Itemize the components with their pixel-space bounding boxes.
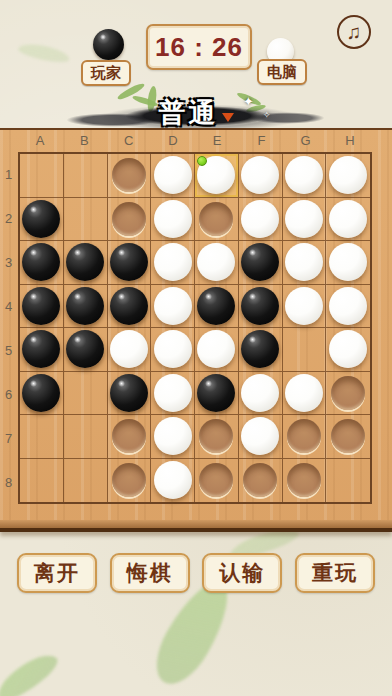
cell-E8[interactable] (195, 459, 239, 503)
cell-D5[interactable]: ● (151, 328, 195, 372)
cell-B4[interactable]: ● (64, 285, 108, 329)
replay-button[interactable]: 重玩 (295, 553, 375, 593)
move-hint-hole (331, 419, 365, 453)
difficulty-label: 普通 (159, 98, 219, 128)
cell-G7[interactable] (283, 415, 327, 459)
black-stone: ● (66, 243, 104, 281)
cell-A7[interactable] (20, 415, 64, 459)
cell-G6[interactable]: ● (283, 372, 327, 416)
white-stone: ● (154, 156, 192, 194)
row-label-6: 6 (0, 372, 17, 416)
row-label-5: 5 (0, 328, 17, 372)
move-hint-hole (199, 202, 233, 236)
col-label-H: H (328, 130, 372, 152)
white-stone: ● (154, 330, 192, 368)
cell-F6[interactable]: ● (239, 372, 283, 416)
move-hint-hole (243, 463, 277, 497)
cell-H5[interactable]: ● (326, 328, 370, 372)
move-hint-hole (112, 202, 146, 236)
cell-C4[interactable]: ● (108, 285, 152, 329)
black-stone: ● (241, 287, 279, 325)
move-hint-hole (112, 419, 146, 453)
cell-D6[interactable]: ● (151, 372, 195, 416)
col-label-C: C (107, 130, 151, 152)
row-label-3: 3 (0, 240, 17, 284)
cell-B8[interactable] (64, 459, 108, 503)
cell-G3[interactable]: ● (283, 241, 327, 285)
cell-B5[interactable]: ● (64, 328, 108, 372)
white-stone: ● (197, 330, 235, 368)
cell-B7[interactable] (64, 415, 108, 459)
cell-G1[interactable]: ● (283, 154, 327, 198)
black-stone: ● (22, 330, 60, 368)
leave-button[interactable]: 离开 (17, 553, 97, 593)
col-label-G: G (284, 130, 328, 152)
last-move-dot (197, 156, 207, 166)
cell-B2[interactable] (64, 198, 108, 242)
cell-A3[interactable]: ● (20, 241, 64, 285)
score-value: 16 : 26 (155, 32, 243, 63)
cell-H1[interactable]: ● (326, 154, 370, 198)
board-bottom-edge (0, 528, 392, 532)
cell-B3[interactable]: ● (64, 241, 108, 285)
cell-D7[interactable]: ● (151, 415, 195, 459)
black-stone: ● (110, 374, 148, 412)
white-stone: ● (329, 243, 367, 281)
cell-F5[interactable]: ● (239, 328, 283, 372)
white-stone: ● (285, 243, 323, 281)
score-box: 16 : 26 (146, 24, 252, 70)
music-note-icon: ♫ (347, 22, 362, 42)
white-stone: ● (285, 200, 323, 238)
white-stone: ● (197, 243, 235, 281)
cell-E4[interactable]: ● (195, 285, 239, 329)
white-stone: ● (241, 200, 279, 238)
cell-A8[interactable] (20, 459, 64, 503)
white-stone: ● (241, 156, 279, 194)
action-button-bar: 离开 悔棋 认输 重玩 (0, 553, 392, 593)
col-label-F: F (239, 130, 283, 152)
othello-board: ABCDEFGH 12345678 ●●●●●●●●●●●●●●●●●●●●●●… (0, 128, 392, 532)
cell-G8[interactable] (283, 459, 327, 503)
cell-E5[interactable]: ● (195, 328, 239, 372)
white-stone: ● (285, 156, 323, 194)
cell-F7[interactable]: ● (239, 415, 283, 459)
row-labels: 12345678 (0, 152, 17, 504)
cell-E3[interactable]: ● (195, 241, 239, 285)
sparkle-icon: ✧ (263, 110, 271, 120)
white-stone: ● (241, 417, 279, 455)
cell-H2[interactable]: ● (326, 198, 370, 242)
cell-C3[interactable]: ● (108, 241, 152, 285)
white-stone: ● (285, 287, 323, 325)
white-stone: ● (329, 200, 367, 238)
cell-C7[interactable] (108, 415, 152, 459)
white-stone: ● (154, 200, 192, 238)
leaf-decoration (17, 41, 71, 66)
cell-H7[interactable] (326, 415, 370, 459)
cell-H8[interactable] (326, 459, 370, 503)
column-labels: ABCDEFGH (18, 130, 372, 152)
cell-F2[interactable]: ● (239, 198, 283, 242)
white-stone: ● (154, 461, 192, 499)
cell-D3[interactable]: ● (151, 241, 195, 285)
cell-D1[interactable]: ● (151, 154, 195, 198)
white-stone: ● (154, 417, 192, 455)
resign-button[interactable]: 认输 (202, 553, 282, 593)
white-stone: ● (110, 330, 148, 368)
player-black-stone-icon (93, 29, 124, 60)
cell-C5[interactable]: ● (108, 328, 152, 372)
cell-C8[interactable] (108, 459, 152, 503)
sparkle-icon: ✦ (243, 94, 254, 109)
col-label-E: E (195, 130, 239, 152)
row-label-4: 4 (0, 284, 17, 328)
black-stone: ● (197, 374, 235, 412)
cell-A4[interactable]: ● (20, 285, 64, 329)
black-stone: ● (22, 374, 60, 412)
move-hint-hole (287, 463, 321, 497)
cell-A2[interactable]: ● (20, 198, 64, 242)
black-stone: ● (22, 243, 60, 281)
row-label-2: 2 (0, 196, 17, 240)
cell-G2[interactable]: ● (283, 198, 327, 242)
cell-H6[interactable] (326, 372, 370, 416)
white-stone: ● (329, 156, 367, 194)
cell-B6[interactable] (64, 372, 108, 416)
move-hint-hole (287, 419, 321, 453)
black-stone: ● (110, 287, 148, 325)
undo-button[interactable]: 悔棋 (110, 553, 190, 593)
white-stone: ● (329, 287, 367, 325)
cell-G5[interactable] (283, 328, 327, 372)
cell-H3[interactable]: ● (326, 241, 370, 285)
white-stone: ● (154, 287, 192, 325)
cell-H4[interactable]: ● (326, 285, 370, 329)
black-stone: ● (22, 287, 60, 325)
move-hint-hole (331, 376, 365, 410)
cell-C2[interactable] (108, 198, 152, 242)
board-grid: ●●●●●●●●●●●●●●●●●●●●●●●●●●●●●●●●●●●●●●●●… (18, 152, 372, 504)
white-stone: ● (154, 243, 192, 281)
dropdown-triangle-icon (222, 113, 234, 122)
cell-D4[interactable]: ● (151, 285, 195, 329)
col-label-A: A (18, 130, 62, 152)
cell-G4[interactable]: ● (283, 285, 327, 329)
row-label-7: 7 (0, 416, 17, 460)
black-stone: ● (241, 243, 279, 281)
leaf-decoration (0, 647, 63, 696)
cell-E7[interactable] (195, 415, 239, 459)
white-stone: ● (285, 374, 323, 412)
move-hint-hole (199, 463, 233, 497)
cell-A6[interactable]: ● (20, 372, 64, 416)
cell-C1[interactable] (108, 154, 152, 198)
board-bottom-bevel (0, 520, 392, 528)
col-label-B: B (62, 130, 106, 152)
cell-D2[interactable]: ● (151, 198, 195, 242)
cell-F8[interactable] (239, 459, 283, 503)
black-stone: ● (22, 200, 60, 238)
white-stone: ● (154, 374, 192, 412)
black-stone: ● (66, 287, 104, 325)
cell-B1[interactable] (64, 154, 108, 198)
move-hint-hole (112, 463, 146, 497)
cell-A1[interactable] (20, 154, 64, 198)
cell-A5[interactable]: ● (20, 328, 64, 372)
col-label-D: D (151, 130, 195, 152)
cell-E2[interactable] (195, 198, 239, 242)
player-label: 玩家 (81, 60, 131, 86)
computer-label: 电脑 (257, 59, 307, 85)
white-stone: ● (241, 374, 279, 412)
difficulty-banner[interactable]: 普通 (0, 95, 392, 131)
cell-F1[interactable]: ● (239, 154, 283, 198)
cell-C6[interactable]: ● (108, 372, 152, 416)
black-stone: ● (66, 330, 104, 368)
cell-D8[interactable]: ● (151, 459, 195, 503)
cell-E6[interactable]: ● (195, 372, 239, 416)
music-button[interactable]: ♫ (337, 15, 371, 49)
white-stone: ● (329, 330, 367, 368)
black-stone: ● (241, 330, 279, 368)
move-hint-hole (112, 158, 146, 192)
black-stone: ● (110, 243, 148, 281)
cell-F4[interactable]: ● (239, 285, 283, 329)
row-label-8: 8 (0, 460, 17, 504)
cell-E1[interactable]: ● (195, 154, 239, 198)
cell-F3[interactable]: ● (239, 241, 283, 285)
row-label-1: 1 (0, 152, 17, 196)
move-hint-hole (199, 419, 233, 453)
black-stone: ● (197, 287, 235, 325)
